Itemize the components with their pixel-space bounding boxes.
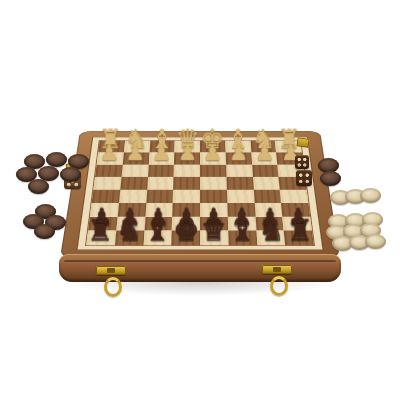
chess-board: ♜♞♝♛♚♝♞♜♟♟♟♟♟♟♟♟♟♟♟♟♟♟♟♟♜♞♝♚♛♝♞♜ — [60, 131, 340, 258]
white-pawn-piece[interactable]: ♟ — [151, 142, 171, 164]
wooden-die[interactable] — [296, 170, 312, 186]
black-knight-piece[interactable]: ♞ — [258, 215, 285, 245]
square[interactable]: ♚ — [172, 231, 200, 246]
board-grid: ♜♞♝♛♚♝♞♜♟♟♟♟♟♟♟♟♟♟♟♟♟♟♟♟♜♞♝♚♛♝♞♜ — [85, 140, 315, 246]
brass-hinge-plate — [296, 137, 309, 148]
board-fold-seam — [64, 260, 336, 262]
square[interactable]: ♞ — [115, 231, 144, 246]
square[interactable] — [120, 177, 147, 190]
brass-latch-loop — [270, 276, 288, 296]
square[interactable]: ♛ — [200, 231, 228, 246]
square[interactable]: ♟ — [251, 152, 278, 164]
square[interactable]: ♝ — [143, 231, 172, 246]
square[interactable] — [146, 190, 174, 203]
square[interactable] — [173, 190, 200, 203]
black-king-piece[interactable]: ♚ — [172, 215, 199, 245]
square[interactable] — [119, 190, 147, 203]
checker-disc-light[interactable] — [360, 188, 381, 203]
square[interactable] — [227, 190, 255, 203]
square[interactable] — [173, 177, 200, 190]
square[interactable] — [226, 177, 253, 190]
brass-latch-loop — [104, 277, 122, 297]
square[interactable]: ♟ — [123, 152, 150, 164]
square[interactable]: ♞ — [256, 231, 285, 246]
square[interactable]: ♜ — [284, 231, 314, 246]
square[interactable] — [121, 164, 148, 176]
square[interactable] — [200, 164, 226, 176]
square[interactable] — [148, 164, 175, 176]
square[interactable]: ♟ — [200, 152, 226, 164]
square[interactable]: ♟ — [97, 152, 124, 164]
black-bishop-piece[interactable]: ♝ — [144, 215, 171, 245]
square[interactable] — [147, 177, 174, 190]
checker-disc-dark[interactable] — [320, 171, 341, 186]
square[interactable] — [226, 164, 253, 176]
black-rook-piece[interactable]: ♜ — [286, 215, 313, 245]
square[interactable] — [92, 190, 120, 203]
square[interactable]: ♟ — [225, 152, 251, 164]
square[interactable] — [174, 164, 200, 176]
square[interactable]: ♝ — [228, 231, 257, 246]
brass-latch-plate — [96, 266, 126, 275]
checker-disc-light[interactable] — [365, 234, 386, 249]
product-photo-stage: ♜♞♝♛♚♝♞♜♟♟♟♟♟♟♟♟♟♟♟♟♟♟♟♟♜♞♝♚♛♝♞♜ — [0, 0, 400, 400]
square[interactable] — [200, 177, 227, 190]
white-pawn-piece[interactable]: ♟ — [203, 142, 223, 164]
square[interactable] — [95, 164, 122, 176]
black-bishop-piece[interactable]: ♝ — [229, 215, 256, 245]
checker-disc-dark[interactable] — [28, 179, 49, 194]
checker-disc-dark[interactable] — [46, 152, 67, 167]
square[interactable] — [252, 164, 279, 176]
brass-latch-plate — [262, 265, 292, 274]
white-pawn-piece[interactable]: ♟ — [177, 142, 197, 164]
white-pawn-piece[interactable]: ♟ — [100, 142, 120, 164]
square[interactable] — [280, 190, 308, 203]
black-queen-piece[interactable]: ♛ — [201, 215, 228, 245]
square[interactable] — [253, 190, 281, 203]
checker-disc-dark[interactable] — [60, 167, 81, 182]
black-rook-piece[interactable]: ♜ — [87, 215, 114, 245]
square[interactable]: ♟ — [148, 152, 174, 164]
checker-disc-dark[interactable] — [34, 224, 55, 239]
white-pawn-piece[interactable]: ♟ — [126, 142, 146, 164]
square[interactable] — [93, 177, 121, 190]
square[interactable]: ♜ — [86, 231, 116, 246]
white-pawn-piece[interactable]: ♟ — [255, 142, 275, 164]
board-inlay-border: ♜♞♝♛♚♝♞♜♟♟♟♟♟♟♟♟♟♟♟♟♟♟♟♟♜♞♝♚♛♝♞♜ — [76, 137, 323, 250]
black-knight-piece[interactable]: ♞ — [116, 215, 143, 245]
white-pawn-piece[interactable]: ♟ — [229, 142, 249, 164]
square[interactable] — [252, 177, 279, 190]
wooden-die[interactable] — [295, 155, 309, 169]
square[interactable] — [200, 190, 227, 203]
square[interactable]: ♟ — [174, 152, 200, 164]
